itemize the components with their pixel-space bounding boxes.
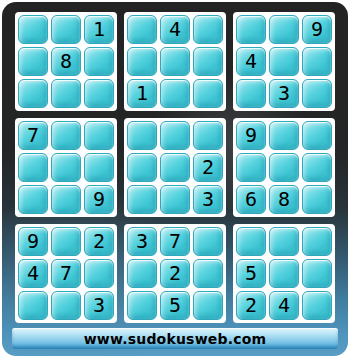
cell-r4c2[interactable] xyxy=(51,121,81,150)
cell-r8c8[interactable] xyxy=(269,259,299,288)
cell-r6c8[interactable]: 8 xyxy=(269,185,299,214)
cell-r9c4[interactable] xyxy=(127,291,157,320)
box-6: 968 xyxy=(233,118,335,217)
cell-r9c7[interactable]: 2 xyxy=(236,291,266,320)
cell-r9c8[interactable]: 4 xyxy=(269,291,299,320)
cell-r3c1[interactable] xyxy=(18,79,48,108)
cell-r6c3[interactable]: 9 xyxy=(84,185,114,214)
cell-r1c6[interactable] xyxy=(193,15,223,44)
given-digit: 4 xyxy=(278,295,290,315)
given-digit: 4 xyxy=(27,263,39,283)
given-digit: 2 xyxy=(245,295,257,315)
given-digit: 9 xyxy=(245,125,257,145)
cell-r8c7[interactable]: 5 xyxy=(236,259,266,288)
cell-r2c3[interactable] xyxy=(84,47,114,76)
box-8: 3725 xyxy=(124,224,226,323)
cell-r9c3[interactable]: 3 xyxy=(84,291,114,320)
given-digit: 3 xyxy=(93,295,105,315)
given-digit: 3 xyxy=(278,83,290,103)
given-digit: 1 xyxy=(136,83,148,103)
cell-r9c5[interactable]: 5 xyxy=(160,291,190,320)
cell-r8c1[interactable]: 4 xyxy=(18,259,48,288)
cell-r4c8[interactable] xyxy=(269,121,299,150)
given-digit: 5 xyxy=(169,295,181,315)
cell-r6c5[interactable] xyxy=(160,185,190,214)
cell-r2c4[interactable] xyxy=(127,47,157,76)
cell-r1c4[interactable] xyxy=(127,15,157,44)
given-digit: 4 xyxy=(169,19,181,39)
cell-r4c1[interactable]: 7 xyxy=(18,121,48,150)
cell-r2c2[interactable]: 8 xyxy=(51,47,81,76)
cell-r5c8[interactable] xyxy=(269,153,299,182)
cell-r5c3[interactable] xyxy=(84,153,114,182)
given-digit: 6 xyxy=(245,189,257,209)
cell-r3c9[interactable] xyxy=(302,79,332,108)
cell-r1c2[interactable] xyxy=(51,15,81,44)
cell-r1c1[interactable] xyxy=(18,15,48,44)
given-digit: 3 xyxy=(202,189,214,209)
cell-r8c3[interactable] xyxy=(84,259,114,288)
given-digit: 2 xyxy=(169,263,181,283)
cell-r5c5[interactable] xyxy=(160,153,190,182)
cell-r5c2[interactable] xyxy=(51,153,81,182)
cell-r3c8[interactable]: 3 xyxy=(269,79,299,108)
cell-r1c8[interactable] xyxy=(269,15,299,44)
cell-r8c6[interactable] xyxy=(193,259,223,288)
cell-r8c5[interactable]: 2 xyxy=(160,259,190,288)
given-digit: 8 xyxy=(278,189,290,209)
cell-r1c3[interactable]: 1 xyxy=(84,15,114,44)
board-frame: 18 41 943 79 23 968 92473 3725 524 www.s… xyxy=(2,2,348,356)
cell-r5c6[interactable]: 2 xyxy=(193,153,223,182)
cell-r4c9[interactable] xyxy=(302,121,332,150)
given-digit: 9 xyxy=(27,231,39,251)
cell-r4c7[interactable]: 9 xyxy=(236,121,266,150)
cell-r7c7[interactable] xyxy=(236,227,266,256)
given-digit: 4 xyxy=(245,51,257,71)
cell-r7c4[interactable]: 3 xyxy=(127,227,157,256)
cell-r7c9[interactable] xyxy=(302,227,332,256)
cell-r6c2[interactable] xyxy=(51,185,81,214)
cell-r3c7[interactable] xyxy=(236,79,266,108)
given-digit: 1 xyxy=(93,19,105,39)
given-digit: 3 xyxy=(136,231,148,251)
cell-r1c9[interactable]: 9 xyxy=(302,15,332,44)
cell-r9c1[interactable] xyxy=(18,291,48,320)
cell-r5c4[interactable] xyxy=(127,153,157,182)
cell-r9c6[interactable] xyxy=(193,291,223,320)
cell-r2c9[interactable] xyxy=(302,47,332,76)
sudoku-board: 18 41 943 79 23 968 92473 3725 524 xyxy=(15,12,335,323)
cell-r7c1[interactable]: 9 xyxy=(18,227,48,256)
given-digit: 7 xyxy=(169,231,181,251)
box-9: 524 xyxy=(233,224,335,323)
cell-r4c4[interactable] xyxy=(127,121,157,150)
cell-r5c9[interactable] xyxy=(302,153,332,182)
given-digit: 7 xyxy=(60,263,72,283)
cell-r3c2[interactable] xyxy=(51,79,81,108)
cell-r8c2[interactable]: 7 xyxy=(51,259,81,288)
cell-r4c5[interactable] xyxy=(160,121,190,150)
cell-r3c5[interactable] xyxy=(160,79,190,108)
given-digit: 9 xyxy=(93,189,105,209)
cell-r7c8[interactable] xyxy=(269,227,299,256)
cell-r8c4[interactable] xyxy=(127,259,157,288)
cell-r2c1[interactable] xyxy=(18,47,48,76)
cell-r7c2[interactable] xyxy=(51,227,81,256)
cell-r7c6[interactable] xyxy=(193,227,223,256)
cell-r9c9[interactable] xyxy=(302,291,332,320)
given-digit: 9 xyxy=(311,19,323,39)
site-link[interactable]: www.sudokusweb.com xyxy=(84,332,267,346)
cell-r6c4[interactable] xyxy=(127,185,157,214)
box-4: 79 xyxy=(15,118,117,217)
cell-r1c7[interactable] xyxy=(236,15,266,44)
box-5: 23 xyxy=(124,118,226,217)
cell-r8c9[interactable] xyxy=(302,259,332,288)
cell-r7c5[interactable]: 7 xyxy=(160,227,190,256)
cell-r6c6[interactable]: 3 xyxy=(193,185,223,214)
given-digit: 2 xyxy=(202,157,214,177)
cell-r2c8[interactable] xyxy=(269,47,299,76)
cell-r2c6[interactable] xyxy=(193,47,223,76)
cell-r9c2[interactable] xyxy=(51,291,81,320)
cell-r6c7[interactable]: 6 xyxy=(236,185,266,214)
cell-r5c7[interactable] xyxy=(236,153,266,182)
given-digit: 5 xyxy=(245,263,257,283)
cell-r2c7[interactable]: 4 xyxy=(236,47,266,76)
box-1: 18 xyxy=(15,12,117,111)
cell-r4c6[interactable] xyxy=(193,121,223,150)
cell-r7c3[interactable]: 2 xyxy=(84,227,114,256)
cell-r5c1[interactable] xyxy=(18,153,48,182)
given-digit: 7 xyxy=(27,125,39,145)
cell-r3c4[interactable]: 1 xyxy=(127,79,157,108)
box-3: 943 xyxy=(233,12,335,111)
cell-r6c9[interactable] xyxy=(302,185,332,214)
given-digit: 8 xyxy=(60,51,72,71)
cell-r1c5[interactable]: 4 xyxy=(160,15,190,44)
sudoku-widget: 18 41 943 79 23 968 92473 3725 524 www.s… xyxy=(0,0,350,360)
box-7: 92473 xyxy=(15,224,117,323)
cell-r6c1[interactable] xyxy=(18,185,48,214)
given-digit: 2 xyxy=(93,231,105,251)
footer-band: www.sudokusweb.com xyxy=(12,328,338,349)
box-2: 41 xyxy=(124,12,226,111)
cell-r3c3[interactable] xyxy=(84,79,114,108)
cell-r2c5[interactable] xyxy=(160,47,190,76)
cell-r4c3[interactable] xyxy=(84,121,114,150)
cell-r3c6[interactable] xyxy=(193,79,223,108)
